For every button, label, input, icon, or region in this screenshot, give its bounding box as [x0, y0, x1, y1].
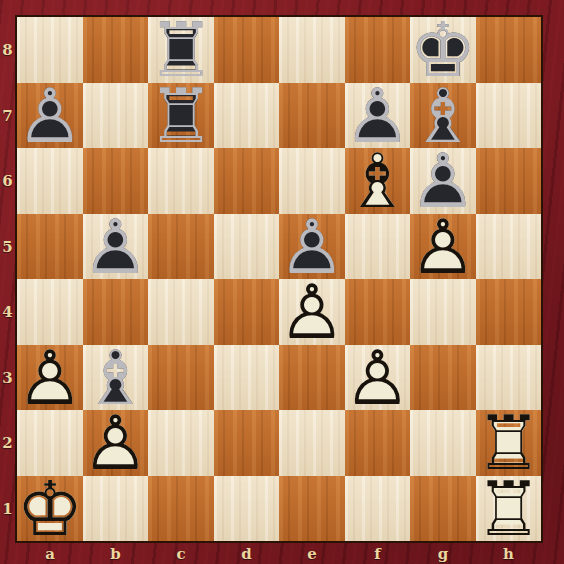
piece-white-pawn[interactable]: ♟♙ — [17, 345, 83, 411]
white-pawn-outline-icon: ♙ — [410, 215, 476, 281]
square-d3[interactable] — [214, 345, 280, 411]
square-h6[interactable] — [476, 148, 542, 214]
square-b5[interactable]: ♟♙ — [83, 214, 149, 280]
white-pawn-outline-icon: ♙ — [83, 411, 149, 477]
square-c3[interactable] — [148, 345, 214, 411]
piece-white-king[interactable]: ♚♔ — [17, 476, 83, 542]
square-h5[interactable] — [476, 214, 542, 280]
square-g2[interactable] — [410, 410, 476, 476]
square-e7[interactable] — [279, 83, 345, 149]
file-label-a: a — [17, 543, 83, 564]
square-c1[interactable] — [148, 476, 214, 542]
square-a5[interactable] — [17, 214, 83, 280]
file-label-b: b — [83, 543, 149, 564]
rank-label-7: 7 — [0, 83, 15, 149]
square-d8[interactable] — [214, 17, 280, 83]
chessboard-frame: ♜♖♚♔♟♙♜♖♟♙♝♗♝♗♟♙♟♙♟♙♟♙♟♙♟♙♝♗♟♙♟♙♜♖♚♔♜♖ 8… — [0, 0, 564, 564]
square-e1[interactable] — [279, 476, 345, 542]
square-g5[interactable]: ♟♙ — [410, 214, 476, 280]
square-c2[interactable] — [148, 410, 214, 476]
square-c7[interactable]: ♜♖ — [148, 83, 214, 149]
square-b2[interactable]: ♟♙ — [83, 410, 149, 476]
square-h4[interactable] — [476, 279, 542, 345]
rank-label-3: 3 — [0, 345, 15, 411]
white-king-outline-icon: ♔ — [17, 477, 83, 543]
piece-black-rook[interactable]: ♜♖ — [148, 83, 214, 149]
rank-label-4: 4 — [0, 279, 15, 345]
black-pawn-outline-icon: ♙ — [17, 84, 83, 150]
square-c4[interactable] — [148, 279, 214, 345]
white-rook-outline-icon: ♖ — [476, 477, 542, 543]
square-g3[interactable] — [410, 345, 476, 411]
white-pawn-outline-icon: ♙ — [345, 346, 411, 412]
piece-white-pawn[interactable]: ♟♙ — [83, 410, 149, 476]
white-pawn-outline-icon: ♙ — [279, 280, 345, 346]
square-f3[interactable]: ♟♙ — [345, 345, 411, 411]
piece-white-pawn[interactable]: ♟♙ — [279, 279, 345, 345]
square-f2[interactable] — [345, 410, 411, 476]
rank-label-2: 2 — [0, 410, 15, 476]
square-b1[interactable] — [83, 476, 149, 542]
rank-label-6: 6 — [0, 148, 15, 214]
square-a7[interactable]: ♟♙ — [17, 83, 83, 149]
square-d7[interactable] — [214, 83, 280, 149]
square-d1[interactable] — [214, 476, 280, 542]
square-d5[interactable] — [214, 214, 280, 280]
square-c5[interactable] — [148, 214, 214, 280]
square-b8[interactable] — [83, 17, 149, 83]
square-a1[interactable]: ♚♔ — [17, 476, 83, 542]
piece-white-bishop[interactable]: ♝♗ — [345, 148, 411, 214]
square-h7[interactable] — [476, 83, 542, 149]
square-c6[interactable] — [148, 148, 214, 214]
file-label-d: d — [214, 543, 280, 564]
square-e3[interactable] — [279, 345, 345, 411]
square-f1[interactable] — [345, 476, 411, 542]
piece-white-rook[interactable]: ♜♖ — [476, 476, 542, 542]
chess-board: ♜♖♚♔♟♙♜♖♟♙♝♗♝♗♟♙♟♙♟♙♟♙♟♙♟♙♝♗♟♙♟♙♜♖♚♔♜♖ — [15, 15, 543, 543]
square-d4[interactable] — [214, 279, 280, 345]
piece-white-pawn[interactable]: ♟♙ — [345, 345, 411, 411]
square-h1[interactable]: ♜♖ — [476, 476, 542, 542]
square-f5[interactable] — [345, 214, 411, 280]
square-d6[interactable] — [214, 148, 280, 214]
file-label-e: e — [279, 543, 345, 564]
piece-white-pawn[interactable]: ♟♙ — [410, 214, 476, 280]
rank-label-5: 5 — [0, 214, 15, 280]
square-e4[interactable]: ♟♙ — [279, 279, 345, 345]
square-d2[interactable] — [214, 410, 280, 476]
white-pawn-outline-icon: ♙ — [17, 346, 83, 412]
white-bishop-outline-icon: ♗ — [345, 149, 411, 215]
file-label-h: h — [476, 543, 542, 564]
piece-black-pawn[interactable]: ♟♙ — [83, 214, 149, 280]
black-rook-outline-icon: ♖ — [148, 84, 214, 150]
square-b7[interactable] — [83, 83, 149, 149]
square-g4[interactable] — [410, 279, 476, 345]
file-label-c: c — [148, 543, 214, 564]
square-e8[interactable] — [279, 17, 345, 83]
square-a3[interactable]: ♟♙ — [17, 345, 83, 411]
rank-label-1: 1 — [0, 476, 15, 542]
file-label-f: f — [345, 543, 411, 564]
square-h8[interactable] — [476, 17, 542, 83]
square-f6[interactable]: ♝♗ — [345, 148, 411, 214]
file-label-g: g — [410, 543, 476, 564]
square-e2[interactable] — [279, 410, 345, 476]
black-pawn-outline-icon: ♙ — [83, 215, 149, 281]
rank-label-8: 8 — [0, 17, 15, 83]
square-a6[interactable] — [17, 148, 83, 214]
piece-black-pawn[interactable]: ♟♙ — [17, 83, 83, 149]
square-g1[interactable] — [410, 476, 476, 542]
